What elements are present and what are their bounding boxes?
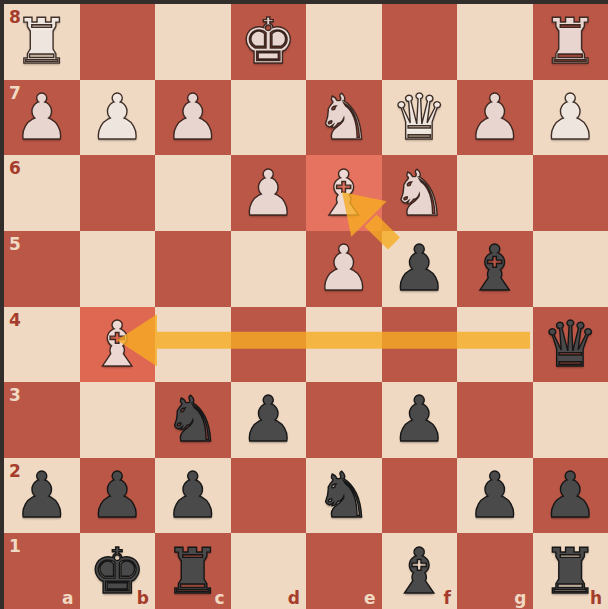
file-label-d: d <box>288 588 300 608</box>
square-g1[interactable]: g <box>457 533 533 609</box>
square-e4[interactable] <box>306 307 382 383</box>
rank-label-3: 3 <box>9 385 21 405</box>
black-rook-c1[interactable]: ♜ <box>155 533 231 609</box>
black-pawn-h2[interactable]: ♟ <box>533 458 608 534</box>
square-h6[interactable] <box>533 155 608 231</box>
square-b5[interactable] <box>80 231 156 307</box>
square-g3[interactable] <box>457 382 533 458</box>
square-f8[interactable] <box>382 4 458 80</box>
square-h4[interactable]: ♛ <box>533 307 608 383</box>
white-pawn-c7[interactable]: ♟ <box>155 80 231 156</box>
square-e2[interactable]: ♞ <box>306 458 382 534</box>
square-f6[interactable]: ♞ <box>382 155 458 231</box>
square-e8[interactable] <box>306 4 382 80</box>
black-king-b1[interactable]: ♚ <box>80 533 156 609</box>
black-rook-h1[interactable]: ♜ <box>533 533 608 609</box>
square-a7[interactable]: 7♟ <box>4 80 80 156</box>
square-e7[interactable]: ♞ <box>306 80 382 156</box>
square-a6[interactable]: 6 <box>4 155 80 231</box>
square-b4[interactable]: ♝ <box>80 307 156 383</box>
white-rook-a8[interactable]: ♜ <box>4 4 80 80</box>
square-e5[interactable]: ♟ <box>306 231 382 307</box>
square-d3[interactable]: ♟ <box>231 382 307 458</box>
square-c8[interactable] <box>155 4 231 80</box>
square-d7[interactable] <box>231 80 307 156</box>
square-b1[interactable]: b♚ <box>80 533 156 609</box>
square-b6[interactable] <box>80 155 156 231</box>
white-pawn-h7[interactable]: ♟ <box>533 80 608 156</box>
square-d1[interactable]: d <box>231 533 307 609</box>
black-queen-h4[interactable]: ♛ <box>533 307 608 383</box>
black-knight-c3[interactable]: ♞ <box>155 382 231 458</box>
black-pawn-g2[interactable]: ♟ <box>457 458 533 534</box>
chess-board: 8♜♚♜7♟♟♟♞♛♟♟6♟♝♞5♟♟♝4♝♛3♞♟♟2♟♟♟♞♟♟1ab♚c♜… <box>4 4 608 609</box>
black-pawn-f3[interactable]: ♟ <box>382 382 458 458</box>
square-h5[interactable] <box>533 231 608 307</box>
square-c4[interactable] <box>155 307 231 383</box>
square-b2[interactable]: ♟ <box>80 458 156 534</box>
square-a2[interactable]: 2♟ <box>4 458 80 534</box>
square-h2[interactable]: ♟ <box>533 458 608 534</box>
square-c1[interactable]: c♜ <box>155 533 231 609</box>
square-h1[interactable]: h♜ <box>533 533 608 609</box>
square-f2[interactable] <box>382 458 458 534</box>
square-d2[interactable] <box>231 458 307 534</box>
square-d8[interactable]: ♚ <box>231 4 307 80</box>
square-g7[interactable]: ♟ <box>457 80 533 156</box>
white-knight-f6[interactable]: ♞ <box>382 155 458 231</box>
square-g5[interactable]: ♝ <box>457 231 533 307</box>
white-bishop-e6[interactable]: ♝ <box>306 155 382 231</box>
white-pawn-b7[interactable]: ♟ <box>80 80 156 156</box>
square-c3[interactable]: ♞ <box>155 382 231 458</box>
square-e3[interactable] <box>306 382 382 458</box>
white-pawn-e5[interactable]: ♟ <box>306 231 382 307</box>
black-pawn-c2[interactable]: ♟ <box>155 458 231 534</box>
square-d6[interactable]: ♟ <box>231 155 307 231</box>
white-king-d8[interactable]: ♚ <box>231 4 307 80</box>
square-f4[interactable] <box>382 307 458 383</box>
white-pawn-g7[interactable]: ♟ <box>457 80 533 156</box>
square-a1[interactable]: 1a <box>4 533 80 609</box>
rank-label-1: 1 <box>9 536 21 556</box>
square-a8[interactable]: 8♜ <box>4 4 80 80</box>
square-e6[interactable]: ♝ <box>306 155 382 231</box>
square-e1[interactable]: e <box>306 533 382 609</box>
white-queen-f7[interactable]: ♛ <box>382 80 458 156</box>
file-label-e: e <box>364 588 376 608</box>
white-rook-h8[interactable]: ♜ <box>533 4 608 80</box>
square-g2[interactable]: ♟ <box>457 458 533 534</box>
square-b3[interactable] <box>80 382 156 458</box>
square-f7[interactable]: ♛ <box>382 80 458 156</box>
square-a4[interactable]: 4 <box>4 307 80 383</box>
white-bishop-b4[interactable]: ♝ <box>80 307 156 383</box>
square-h7[interactable]: ♟ <box>533 80 608 156</box>
square-d5[interactable] <box>231 231 307 307</box>
file-label-a: a <box>62 588 73 608</box>
square-g6[interactable] <box>457 155 533 231</box>
rank-label-5: 5 <box>9 234 21 254</box>
square-b8[interactable] <box>80 4 156 80</box>
square-b7[interactable]: ♟ <box>80 80 156 156</box>
file-label-g: g <box>514 588 526 608</box>
square-a3[interactable]: 3 <box>4 382 80 458</box>
square-f3[interactable]: ♟ <box>382 382 458 458</box>
black-pawn-a2[interactable]: ♟ <box>4 458 80 534</box>
black-bishop-f1[interactable]: ♝ <box>382 533 458 609</box>
square-c2[interactable]: ♟ <box>155 458 231 534</box>
black-pawn-b2[interactable]: ♟ <box>80 458 156 534</box>
white-knight-e7[interactable]: ♞ <box>306 80 382 156</box>
rank-label-6: 6 <box>9 158 21 178</box>
square-f1[interactable]: f♝ <box>382 533 458 609</box>
square-h8[interactable]: ♜ <box>533 4 608 80</box>
square-g4[interactable] <box>457 307 533 383</box>
square-d4[interactable] <box>231 307 307 383</box>
black-pawn-d3[interactable]: ♟ <box>231 382 307 458</box>
square-h3[interactable] <box>533 382 608 458</box>
square-f5[interactable]: ♟ <box>382 231 458 307</box>
white-pawn-d6[interactable]: ♟ <box>231 155 307 231</box>
square-c7[interactable]: ♟ <box>155 80 231 156</box>
black-bishop-g5[interactable]: ♝ <box>457 231 533 307</box>
square-a5[interactable]: 5 <box>4 231 80 307</box>
white-pawn-a7[interactable]: ♟ <box>4 80 80 156</box>
black-knight-e2[interactable]: ♞ <box>306 458 382 534</box>
black-pawn-f5[interactable]: ♟ <box>382 231 458 307</box>
square-c5[interactable] <box>155 231 231 307</box>
square-g8[interactable] <box>457 4 533 80</box>
rank-label-4: 4 <box>9 310 21 330</box>
square-c6[interactable] <box>155 155 231 231</box>
